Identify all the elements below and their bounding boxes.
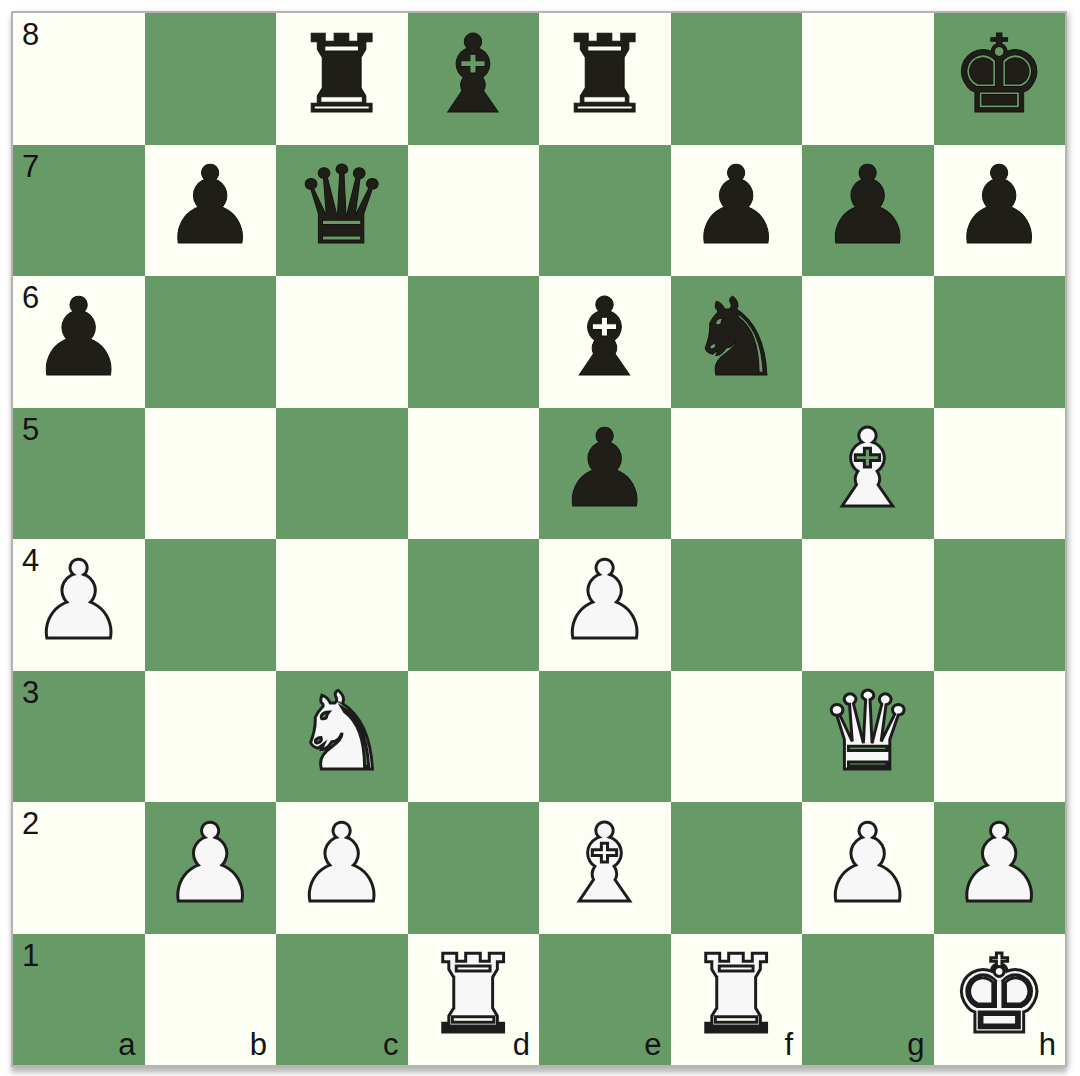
square-d5[interactable] bbox=[408, 408, 540, 540]
rank-label-1: 1 bbox=[22, 940, 39, 971]
square-b4[interactable] bbox=[145, 539, 277, 671]
square-a8[interactable]: 8 bbox=[13, 13, 145, 145]
square-d7[interactable] bbox=[408, 145, 540, 277]
file-label-c: c bbox=[383, 1029, 399, 1060]
black-rook-icon[interactable]: ♜ bbox=[293, 21, 390, 129]
square-a2[interactable]: 2 bbox=[13, 802, 145, 934]
white-knight-icon[interactable]: ♞ bbox=[293, 678, 390, 786]
rank-label-8: 8 bbox=[22, 19, 39, 50]
square-f7[interactable]: ♟ bbox=[671, 145, 803, 277]
black-bishop-icon[interactable]: ♝ bbox=[425, 21, 522, 129]
black-knight-icon[interactable]: ♞ bbox=[688, 284, 785, 392]
white-pawn-icon[interactable]: ♟ bbox=[819, 810, 916, 918]
square-a1[interactable]: 1a bbox=[13, 934, 145, 1066]
square-b6[interactable] bbox=[145, 276, 277, 408]
square-f5[interactable] bbox=[671, 408, 803, 540]
black-queen-icon[interactable]: ♛ bbox=[293, 152, 390, 260]
square-c8[interactable]: ♜ bbox=[276, 13, 408, 145]
black-rook-icon[interactable]: ♜ bbox=[556, 21, 653, 129]
white-pawn-icon[interactable]: ♟ bbox=[162, 810, 259, 918]
square-g3[interactable]: ♛ bbox=[802, 671, 934, 803]
chess-board: 8♜♝♜♚7♟♛♟♟♟6♟♝♞5♟♝4♟♟3♞♛2♟♟♝♟♟1abcd♜ef♜g… bbox=[13, 13, 1065, 1065]
square-h4[interactable] bbox=[934, 539, 1066, 671]
white-pawn-icon[interactable]: ♟ bbox=[556, 547, 653, 655]
black-pawn-icon[interactable]: ♟ bbox=[162, 152, 259, 260]
square-g1[interactable]: g bbox=[802, 934, 934, 1066]
square-f3[interactable] bbox=[671, 671, 803, 803]
square-f6[interactable]: ♞ bbox=[671, 276, 803, 408]
white-king-icon[interactable]: ♚ bbox=[951, 941, 1048, 1049]
white-pawn-icon[interactable]: ♟ bbox=[30, 547, 127, 655]
square-d6[interactable] bbox=[408, 276, 540, 408]
square-d1[interactable]: d♜ bbox=[408, 934, 540, 1066]
rank-label-5: 5 bbox=[22, 414, 39, 445]
square-h7[interactable]: ♟ bbox=[934, 145, 1066, 277]
square-g8[interactable] bbox=[802, 13, 934, 145]
square-e6[interactable]: ♝ bbox=[539, 276, 671, 408]
square-h3[interactable] bbox=[934, 671, 1066, 803]
square-h6[interactable] bbox=[934, 276, 1066, 408]
square-a3[interactable]: 3 bbox=[13, 671, 145, 803]
square-c1[interactable]: c bbox=[276, 934, 408, 1066]
square-c2[interactable]: ♟ bbox=[276, 802, 408, 934]
file-label-f: f bbox=[784, 1029, 793, 1060]
square-d4[interactable] bbox=[408, 539, 540, 671]
white-pawn-icon[interactable]: ♟ bbox=[293, 810, 390, 918]
square-h2[interactable]: ♟ bbox=[934, 802, 1066, 934]
rank-label-2: 2 bbox=[22, 808, 39, 839]
black-king-icon[interactable]: ♚ bbox=[951, 21, 1048, 129]
square-a5[interactable]: 5 bbox=[13, 408, 145, 540]
square-b5[interactable] bbox=[145, 408, 277, 540]
square-b8[interactable] bbox=[145, 13, 277, 145]
square-e5[interactable]: ♟ bbox=[539, 408, 671, 540]
white-rook-icon[interactable]: ♜ bbox=[688, 941, 785, 1049]
file-label-e: e bbox=[644, 1029, 661, 1060]
square-a7[interactable]: 7 bbox=[13, 145, 145, 277]
square-e7[interactable] bbox=[539, 145, 671, 277]
rank-label-3: 3 bbox=[22, 677, 39, 708]
square-f4[interactable] bbox=[671, 539, 803, 671]
square-b7[interactable]: ♟ bbox=[145, 145, 277, 277]
square-f8[interactable] bbox=[671, 13, 803, 145]
square-c4[interactable] bbox=[276, 539, 408, 671]
white-bishop-icon[interactable]: ♝ bbox=[556, 810, 653, 918]
square-d3[interactable] bbox=[408, 671, 540, 803]
square-g2[interactable]: ♟ bbox=[802, 802, 934, 934]
square-b3[interactable] bbox=[145, 671, 277, 803]
white-bishop-icon[interactable]: ♝ bbox=[819, 415, 916, 523]
file-label-a: a bbox=[118, 1029, 135, 1060]
square-e3[interactable] bbox=[539, 671, 671, 803]
square-g5[interactable]: ♝ bbox=[802, 408, 934, 540]
square-g7[interactable]: ♟ bbox=[802, 145, 934, 277]
chess-board-frame: 8♜♝♜♚7♟♛♟♟♟6♟♝♞5♟♝4♟♟3♞♛2♟♟♝♟♟1abcd♜ef♜g… bbox=[11, 11, 1067, 1067]
square-e8[interactable]: ♜ bbox=[539, 13, 671, 145]
white-queen-icon[interactable]: ♛ bbox=[819, 678, 916, 786]
square-g6[interactable] bbox=[802, 276, 934, 408]
white-pawn-icon[interactable]: ♟ bbox=[951, 810, 1048, 918]
file-label-g: g bbox=[907, 1029, 924, 1060]
square-c6[interactable] bbox=[276, 276, 408, 408]
square-e1[interactable]: e bbox=[539, 934, 671, 1066]
black-bishop-icon[interactable]: ♝ bbox=[556, 284, 653, 392]
white-rook-icon[interactable]: ♜ bbox=[425, 941, 522, 1049]
black-pawn-icon[interactable]: ♟ bbox=[951, 152, 1048, 260]
square-c5[interactable] bbox=[276, 408, 408, 540]
black-pawn-icon[interactable]: ♟ bbox=[556, 415, 653, 523]
square-c3[interactable]: ♞ bbox=[276, 671, 408, 803]
black-pawn-icon[interactable]: ♟ bbox=[819, 152, 916, 260]
square-a6[interactable]: 6♟ bbox=[13, 276, 145, 408]
square-c7[interactable]: ♛ bbox=[276, 145, 408, 277]
square-d8[interactable]: ♝ bbox=[408, 13, 540, 145]
square-a4[interactable]: 4♟ bbox=[13, 539, 145, 671]
square-h5[interactable] bbox=[934, 408, 1066, 540]
square-d2[interactable] bbox=[408, 802, 540, 934]
square-g4[interactable] bbox=[802, 539, 934, 671]
square-f2[interactable] bbox=[671, 802, 803, 934]
file-label-b: b bbox=[250, 1029, 267, 1060]
square-h8[interactable]: ♚ bbox=[934, 13, 1066, 145]
black-pawn-icon[interactable]: ♟ bbox=[30, 284, 127, 392]
square-e4[interactable]: ♟ bbox=[539, 539, 671, 671]
square-f1[interactable]: f♜ bbox=[671, 934, 803, 1066]
square-h1[interactable]: h♚ bbox=[934, 934, 1066, 1066]
square-b2[interactable]: ♟ bbox=[145, 802, 277, 934]
black-pawn-icon[interactable]: ♟ bbox=[688, 152, 785, 260]
square-b1[interactable]: b bbox=[145, 934, 277, 1066]
rank-label-7: 7 bbox=[22, 151, 39, 182]
square-e2[interactable]: ♝ bbox=[539, 802, 671, 934]
